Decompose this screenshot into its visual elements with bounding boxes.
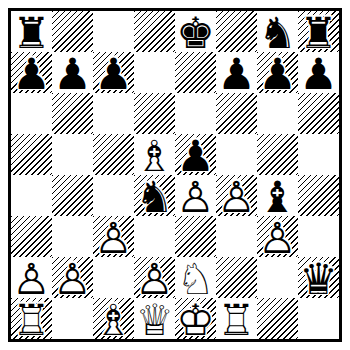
square-e7[interactable] bbox=[175, 52, 216, 93]
square-d6[interactable] bbox=[134, 93, 175, 134]
black-bishop-g4[interactable]: ♝♝ bbox=[257, 175, 298, 216]
black-king-e8[interactable]: ♚♚ bbox=[175, 11, 216, 52]
black-pawn-a7[interactable]: ♟♟ bbox=[11, 52, 52, 93]
black-pawn-h7[interactable]: ♟♟ bbox=[298, 52, 339, 93]
piece-glyph: ♙ bbox=[175, 177, 216, 218]
piece-glyph: ♜ bbox=[298, 13, 339, 54]
piece-glyph: ♝ bbox=[257, 177, 298, 218]
piece-glyph: ♟ bbox=[216, 54, 257, 95]
white-pawn-e4[interactable]: ♟♙ bbox=[175, 175, 216, 216]
white-pawn-c3[interactable]: ♟♙ bbox=[93, 216, 134, 257]
white-rook-f1[interactable]: ♜♖ bbox=[216, 298, 257, 339]
piece-glyph: ♟ bbox=[175, 136, 216, 177]
piece-glyph: ♙ bbox=[134, 259, 175, 300]
square-d5[interactable]: ♝♗ bbox=[134, 134, 175, 175]
white-pawn-f4[interactable]: ♟♙ bbox=[216, 175, 257, 216]
piece-glyph: ♕ bbox=[134, 300, 175, 341]
square-e8[interactable]: ♚♚ bbox=[175, 11, 216, 52]
piece-glyph: ♘ bbox=[175, 259, 216, 300]
piece-glyph: ♞ bbox=[134, 177, 175, 218]
piece-glyph: ♟ bbox=[52, 54, 93, 95]
piece-glyph: ♟ bbox=[11, 54, 52, 95]
square-e3[interactable] bbox=[175, 216, 216, 257]
square-g4[interactable]: ♝♝ bbox=[257, 175, 298, 216]
square-c7[interactable]: ♟♟ bbox=[93, 52, 134, 93]
piece-glyph: ♖ bbox=[11, 300, 52, 341]
square-h6[interactable] bbox=[298, 93, 339, 134]
square-h1[interactable] bbox=[298, 298, 339, 339]
square-c6[interactable] bbox=[93, 93, 134, 134]
white-pawn-g3[interactable]: ♟♙ bbox=[257, 216, 298, 257]
piece-glyph: ♗ bbox=[93, 300, 134, 341]
board-frame: ♜♜♚♚♞♞♜♜♟♟♟♟♟♟♟♟♟♟♟♟♝♗♟♟♞♞♟♙♟♙♝♝♟♙♟♙♟♙♟♙… bbox=[8, 8, 342, 342]
black-knight-d4[interactable]: ♞♞ bbox=[134, 175, 175, 216]
piece-glyph: ♖ bbox=[216, 300, 257, 341]
square-e6[interactable] bbox=[175, 93, 216, 134]
square-g2[interactable] bbox=[257, 257, 298, 298]
piece-glyph: ♛ bbox=[298, 259, 339, 300]
white-bishop-c1[interactable]: ♝♗ bbox=[93, 298, 134, 339]
square-f8[interactable] bbox=[216, 11, 257, 52]
square-a6[interactable] bbox=[11, 93, 52, 134]
square-d3[interactable] bbox=[134, 216, 175, 257]
black-pawn-b7[interactable]: ♟♟ bbox=[52, 52, 93, 93]
piece-glyph: ♗ bbox=[134, 136, 175, 177]
square-h7[interactable]: ♟♟ bbox=[298, 52, 339, 93]
square-f4[interactable]: ♟♙ bbox=[216, 175, 257, 216]
square-h8[interactable]: ♜♜ bbox=[298, 11, 339, 52]
square-b7[interactable]: ♟♟ bbox=[52, 52, 93, 93]
square-a8[interactable]: ♜♜ bbox=[11, 11, 52, 52]
black-pawn-c7[interactable]: ♟♟ bbox=[93, 52, 134, 93]
square-c5[interactable] bbox=[93, 134, 134, 175]
square-h3[interactable] bbox=[298, 216, 339, 257]
white-pawn-b2[interactable]: ♟♙ bbox=[52, 257, 93, 298]
square-b2[interactable]: ♟♙ bbox=[52, 257, 93, 298]
square-e2[interactable]: ♞♘ bbox=[175, 257, 216, 298]
square-d7[interactable] bbox=[134, 52, 175, 93]
black-pawn-g7[interactable]: ♟♟ bbox=[257, 52, 298, 93]
square-d8[interactable] bbox=[134, 11, 175, 52]
square-f6[interactable] bbox=[216, 93, 257, 134]
piece-glyph: ♙ bbox=[11, 259, 52, 300]
square-h5[interactable] bbox=[298, 134, 339, 175]
square-c4[interactable] bbox=[93, 175, 134, 216]
square-d4[interactable]: ♞♞ bbox=[134, 175, 175, 216]
square-g3[interactable]: ♟♙ bbox=[257, 216, 298, 257]
square-f7[interactable]: ♟♟ bbox=[216, 52, 257, 93]
piece-glyph: ♔ bbox=[175, 300, 216, 341]
square-h4[interactable] bbox=[298, 175, 339, 216]
square-g7[interactable]: ♟♟ bbox=[257, 52, 298, 93]
square-a2[interactable]: ♟♙ bbox=[11, 257, 52, 298]
black-knight-g8[interactable]: ♞♞ bbox=[257, 11, 298, 52]
square-b3[interactable] bbox=[52, 216, 93, 257]
square-f5[interactable] bbox=[216, 134, 257, 175]
piece-glyph: ♟ bbox=[93, 54, 134, 95]
white-pawn-a2[interactable]: ♟♙ bbox=[11, 257, 52, 298]
piece-glyph: ♜ bbox=[11, 13, 52, 54]
piece-glyph: ♟ bbox=[298, 54, 339, 95]
piece-glyph: ♙ bbox=[52, 259, 93, 300]
square-b8[interactable] bbox=[52, 11, 93, 52]
square-a1[interactable]: ♜♖ bbox=[11, 298, 52, 339]
square-b1[interactable] bbox=[52, 298, 93, 339]
square-b5[interactable] bbox=[52, 134, 93, 175]
black-pawn-f7[interactable]: ♟♟ bbox=[216, 52, 257, 93]
square-c2[interactable] bbox=[93, 257, 134, 298]
square-g6[interactable] bbox=[257, 93, 298, 134]
chess-board: ♜♜♚♚♞♞♜♜♟♟♟♟♟♟♟♟♟♟♟♟♝♗♟♟♞♞♟♙♟♙♝♝♟♙♟♙♟♙♟♙… bbox=[11, 11, 339, 339]
piece-glyph: ♙ bbox=[216, 177, 257, 218]
white-bishop-d5[interactable]: ♝♗ bbox=[134, 134, 175, 175]
square-g5[interactable] bbox=[257, 134, 298, 175]
black-rook-a8[interactable]: ♜♜ bbox=[11, 11, 52, 52]
square-c3[interactable]: ♟♙ bbox=[93, 216, 134, 257]
square-a7[interactable]: ♟♟ bbox=[11, 52, 52, 93]
white-queen-d1[interactable]: ♛♕ bbox=[134, 298, 175, 339]
square-b4[interactable] bbox=[52, 175, 93, 216]
square-g8[interactable]: ♞♞ bbox=[257, 11, 298, 52]
square-f1[interactable]: ♜♖ bbox=[216, 298, 257, 339]
square-e5[interactable]: ♟♟ bbox=[175, 134, 216, 175]
square-c8[interactable] bbox=[93, 11, 134, 52]
square-f3[interactable] bbox=[216, 216, 257, 257]
white-pawn-d2[interactable]: ♟♙ bbox=[134, 257, 175, 298]
square-e1[interactable]: ♚♔ bbox=[175, 298, 216, 339]
square-b6[interactable] bbox=[52, 93, 93, 134]
square-d2[interactable]: ♟♙ bbox=[134, 257, 175, 298]
black-queen-h2[interactable]: ♛♛ bbox=[298, 257, 339, 298]
square-f2[interactable] bbox=[216, 257, 257, 298]
white-king-e1[interactable]: ♚♔ bbox=[175, 298, 216, 339]
square-a3[interactable] bbox=[11, 216, 52, 257]
piece-glyph: ♟ bbox=[257, 54, 298, 95]
piece-glyph: ♚ bbox=[175, 13, 216, 54]
white-knight-e2[interactable]: ♞♘ bbox=[175, 257, 216, 298]
square-a4[interactable] bbox=[11, 175, 52, 216]
square-d1[interactable]: ♛♕ bbox=[134, 298, 175, 339]
square-g1[interactable] bbox=[257, 298, 298, 339]
black-pawn-e5[interactable]: ♟♟ bbox=[175, 134, 216, 175]
square-c1[interactable]: ♝♗ bbox=[93, 298, 134, 339]
piece-glyph: ♙ bbox=[93, 218, 134, 259]
piece-glyph: ♞ bbox=[257, 13, 298, 54]
piece-glyph: ♙ bbox=[257, 218, 298, 259]
square-h2[interactable]: ♛♛ bbox=[298, 257, 339, 298]
square-e4[interactable]: ♟♙ bbox=[175, 175, 216, 216]
square-a5[interactable] bbox=[11, 134, 52, 175]
white-rook-a1[interactable]: ♜♖ bbox=[11, 298, 52, 339]
black-rook-h8[interactable]: ♜♜ bbox=[298, 11, 339, 52]
